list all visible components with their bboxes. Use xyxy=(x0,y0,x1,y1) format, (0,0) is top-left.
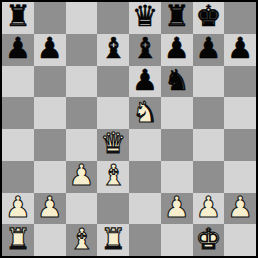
square-d3[interactable]: ♝ xyxy=(97,161,129,193)
square-g5[interactable] xyxy=(193,97,225,129)
piece-black-bishop[interactable]: ♝ xyxy=(132,34,158,63)
square-b1[interactable] xyxy=(34,224,66,256)
piece-white-knight[interactable]: ♞ xyxy=(132,98,158,127)
square-a3[interactable] xyxy=(2,161,34,193)
square-e1[interactable] xyxy=(129,224,161,256)
square-b3[interactable] xyxy=(34,161,66,193)
piece-black-queen[interactable]: ♛ xyxy=(132,2,158,31)
square-b5[interactable] xyxy=(34,97,66,129)
square-f8[interactable]: ♜ xyxy=(161,2,193,34)
square-e8[interactable]: ♛ xyxy=(129,2,161,34)
square-h3[interactable] xyxy=(224,161,256,193)
square-a2[interactable]: ♟ xyxy=(2,193,34,225)
square-g8[interactable]: ♚ xyxy=(193,2,225,34)
square-f4[interactable] xyxy=(161,129,193,161)
square-h8[interactable] xyxy=(224,2,256,34)
square-c1[interactable]: ♝ xyxy=(66,224,98,256)
square-g6[interactable] xyxy=(193,66,225,98)
square-a1[interactable]: ♜ xyxy=(2,224,34,256)
square-f7[interactable]: ♟ xyxy=(161,34,193,66)
square-b6[interactable] xyxy=(34,66,66,98)
piece-black-pawn[interactable]: ♟ xyxy=(195,34,221,63)
chess-board: ♜♛♜♚♟♟♝♝♟♟♟♟♞♞♛♟♝♟♟♟♟♟♜♝♜♚ xyxy=(0,0,258,258)
piece-black-rook[interactable]: ♜ xyxy=(5,2,31,31)
piece-white-pawn[interactable]: ♟ xyxy=(164,193,190,222)
square-f5[interactable] xyxy=(161,97,193,129)
square-h5[interactable] xyxy=(224,97,256,129)
square-c6[interactable] xyxy=(66,66,98,98)
square-c3[interactable]: ♟ xyxy=(66,161,98,193)
square-e3[interactable] xyxy=(129,161,161,193)
square-e2[interactable] xyxy=(129,193,161,225)
square-b8[interactable] xyxy=(34,2,66,34)
square-g3[interactable] xyxy=(193,161,225,193)
square-f1[interactable] xyxy=(161,224,193,256)
square-d7[interactable]: ♝ xyxy=(97,34,129,66)
square-f3[interactable] xyxy=(161,161,193,193)
square-e5[interactable]: ♞ xyxy=(129,97,161,129)
piece-white-rook[interactable]: ♜ xyxy=(5,225,31,254)
piece-white-bishop[interactable]: ♝ xyxy=(68,225,94,254)
square-d2[interactable] xyxy=(97,193,129,225)
square-c4[interactable] xyxy=(66,129,98,161)
square-f2[interactable]: ♟ xyxy=(161,193,193,225)
square-b2[interactable]: ♟ xyxy=(34,193,66,225)
square-d4[interactable]: ♛ xyxy=(97,129,129,161)
square-d5[interactable] xyxy=(97,97,129,129)
piece-black-knight[interactable]: ♞ xyxy=(164,66,190,95)
piece-white-bishop[interactable]: ♝ xyxy=(100,161,126,190)
square-a5[interactable] xyxy=(2,97,34,129)
piece-white-pawn[interactable]: ♟ xyxy=(195,193,221,222)
square-e7[interactable]: ♝ xyxy=(129,34,161,66)
piece-black-pawn[interactable]: ♟ xyxy=(164,34,190,63)
piece-white-rook[interactable]: ♜ xyxy=(100,225,126,254)
square-b7[interactable]: ♟ xyxy=(34,34,66,66)
piece-white-pawn[interactable]: ♟ xyxy=(5,193,31,222)
piece-white-pawn[interactable]: ♟ xyxy=(37,193,63,222)
square-g4[interactable] xyxy=(193,129,225,161)
square-h2[interactable]: ♟ xyxy=(224,193,256,225)
square-d1[interactable]: ♜ xyxy=(97,224,129,256)
piece-black-pawn[interactable]: ♟ xyxy=(37,34,63,63)
square-d6[interactable] xyxy=(97,66,129,98)
piece-white-king[interactable]: ♚ xyxy=(195,225,221,254)
piece-black-king[interactable]: ♚ xyxy=(195,2,221,31)
square-c5[interactable] xyxy=(66,97,98,129)
square-e6[interactable]: ♟ xyxy=(129,66,161,98)
square-h4[interactable] xyxy=(224,129,256,161)
square-g1[interactable]: ♚ xyxy=(193,224,225,256)
square-h1[interactable] xyxy=(224,224,256,256)
piece-black-pawn[interactable]: ♟ xyxy=(5,34,31,63)
square-b4[interactable] xyxy=(34,129,66,161)
piece-black-bishop[interactable]: ♝ xyxy=(100,34,126,63)
square-a7[interactable]: ♟ xyxy=(2,34,34,66)
square-g7[interactable]: ♟ xyxy=(193,34,225,66)
chess-board-window: ♜♛♜♚♟♟♝♝♟♟♟♟♞♞♛♟♝♟♟♟♟♟♜♝♜♚ xyxy=(0,0,258,258)
piece-black-pawn[interactable]: ♟ xyxy=(132,66,158,95)
piece-white-queen[interactable]: ♛ xyxy=(100,129,126,158)
square-h7[interactable]: ♟ xyxy=(224,34,256,66)
square-f6[interactable]: ♞ xyxy=(161,66,193,98)
square-e4[interactable] xyxy=(129,129,161,161)
square-a8[interactable]: ♜ xyxy=(2,2,34,34)
square-g2[interactable]: ♟ xyxy=(193,193,225,225)
square-h6[interactable] xyxy=(224,66,256,98)
square-c2[interactable] xyxy=(66,193,98,225)
piece-white-pawn[interactable]: ♟ xyxy=(68,161,94,190)
piece-black-pawn[interactable]: ♟ xyxy=(227,34,253,63)
square-d8[interactable] xyxy=(97,2,129,34)
square-c8[interactable] xyxy=(66,2,98,34)
piece-black-rook[interactable]: ♜ xyxy=(164,2,190,31)
square-a4[interactable] xyxy=(2,129,34,161)
piece-white-pawn[interactable]: ♟ xyxy=(227,193,253,222)
square-c7[interactable] xyxy=(66,34,98,66)
square-a6[interactable] xyxy=(2,66,34,98)
